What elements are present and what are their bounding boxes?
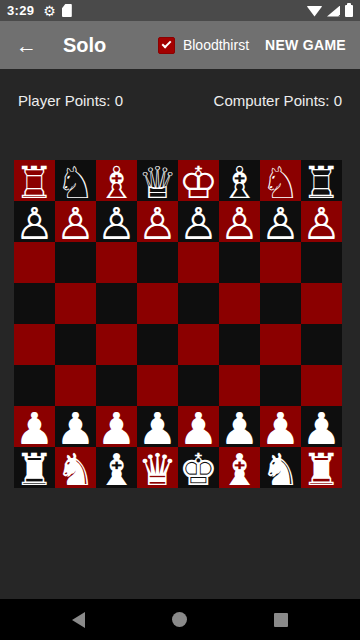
square-e8[interactable]: ♔ [178, 160, 219, 201]
square-a3[interactable] [14, 365, 55, 406]
square-c3[interactable] [96, 365, 137, 406]
square-c5[interactable] [96, 283, 137, 324]
square-d7[interactable]: ♙ [137, 201, 178, 242]
square-c7[interactable]: ♙ [96, 201, 137, 242]
square-b1[interactable]: ♞ [55, 447, 96, 488]
square-d3[interactable] [137, 365, 178, 406]
square-h5[interactable] [301, 283, 342, 324]
square-a2[interactable]: ♟ [14, 406, 55, 447]
square-b5[interactable] [55, 283, 96, 324]
square-f2[interactable]: ♟ [219, 406, 260, 447]
square-e7[interactable]: ♙ [178, 201, 219, 242]
square-h3[interactable] [301, 365, 342, 406]
square-f4[interactable] [219, 324, 260, 365]
piece-black-pawn-icon: ♙ [56, 202, 95, 246]
piece-white-rook-icon: ♜ [15, 448, 54, 492]
piece-black-pawn-icon: ♙ [261, 202, 300, 246]
square-b8[interactable]: ♘ [55, 160, 96, 201]
square-f1[interactable]: ♝ [219, 447, 260, 488]
square-c8[interactable]: ♗ [96, 160, 137, 201]
square-b7[interactable]: ♙ [55, 201, 96, 242]
back-button[interactable]: ← [16, 35, 40, 56]
nav-recents-icon[interactable] [274, 613, 288, 627]
square-f8[interactable]: ♗ [219, 160, 260, 201]
square-c4[interactable] [96, 324, 137, 365]
page-title: Solo [63, 34, 106, 57]
status-bar: 3:29 ⚙ [0, 0, 360, 21]
square-b4[interactable] [55, 324, 96, 365]
square-g4[interactable] [260, 324, 301, 365]
square-e5[interactable] [178, 283, 219, 324]
square-h4[interactable] [301, 324, 342, 365]
square-e4[interactable] [178, 324, 219, 365]
navigation-bar [0, 599, 360, 640]
status-right-icons [307, 5, 353, 17]
square-a1[interactable]: ♜ [14, 447, 55, 488]
square-a4[interactable] [14, 324, 55, 365]
square-e3[interactable] [178, 365, 219, 406]
piece-black-pawn-icon: ♙ [97, 202, 136, 246]
computer-points: Computer Points: 0 [214, 92, 342, 109]
square-f7[interactable]: ♙ [219, 201, 260, 242]
chess-board: ♖♘♗♕♔♗♘♖♙♙♙♙♙♙♙♙♟♟♟♟♟♟♟♟♜♞♝♛♚♝♞♜ [14, 160, 342, 488]
clock: 3:29 [7, 3, 34, 18]
nav-back-icon[interactable] [72, 612, 85, 628]
piece-white-bishop-icon: ♝ [97, 448, 136, 492]
square-h2[interactable]: ♟ [301, 406, 342, 447]
piece-white-queen-icon: ♛ [138, 448, 177, 492]
square-f5[interactable] [219, 283, 260, 324]
square-d8[interactable]: ♕ [137, 160, 178, 201]
piece-white-knight-icon: ♞ [56, 448, 95, 492]
square-e1[interactable]: ♚ [178, 447, 219, 488]
battery-icon [345, 5, 353, 17]
piece-white-knight-icon: ♞ [261, 448, 300, 492]
square-g8[interactable]: ♘ [260, 160, 301, 201]
piece-black-pawn-icon: ♙ [179, 202, 218, 246]
square-c1[interactable]: ♝ [96, 447, 137, 488]
square-a8[interactable]: ♖ [14, 160, 55, 201]
player-points: Player Points: 0 [18, 92, 123, 109]
square-c2[interactable]: ♟ [96, 406, 137, 447]
square-h8[interactable]: ♖ [301, 160, 342, 201]
square-d5[interactable] [137, 283, 178, 324]
square-d2[interactable]: ♟ [137, 406, 178, 447]
square-a7[interactable]: ♙ [14, 201, 55, 242]
piece-white-bishop-icon: ♝ [220, 448, 259, 492]
square-d1[interactable]: ♛ [137, 447, 178, 488]
bloodthirst-checkbox[interactable] [158, 37, 175, 54]
piece-black-pawn-icon: ♙ [138, 202, 177, 246]
square-d4[interactable] [137, 324, 178, 365]
wifi-icon [307, 6, 322, 17]
piece-black-pawn-icon: ♙ [220, 202, 259, 246]
piece-white-rook-icon: ♜ [302, 448, 341, 492]
square-g3[interactable] [260, 365, 301, 406]
square-h7[interactable]: ♙ [301, 201, 342, 242]
status-left-icons: ⚙ [43, 4, 72, 18]
sd-card-icon [62, 4, 72, 17]
scoreboard: Player Points: 0 Computer Points: 0 [0, 69, 360, 109]
new-game-button[interactable]: NEW GAME [259, 31, 352, 59]
piece-white-king-icon: ♚ [179, 448, 218, 492]
square-f3[interactable] [219, 365, 260, 406]
piece-black-pawn-icon: ♙ [15, 202, 54, 246]
square-a5[interactable] [14, 283, 55, 324]
bloodthirst-label[interactable]: Bloodthirst [183, 37, 249, 53]
square-b2[interactable]: ♟ [55, 406, 96, 447]
square-g1[interactable]: ♞ [260, 447, 301, 488]
checkmark-icon [161, 38, 171, 48]
square-g7[interactable]: ♙ [260, 201, 301, 242]
piece-black-pawn-icon: ♙ [302, 202, 341, 246]
app-bar: ← Solo Bloodthirst NEW GAME [0, 21, 360, 69]
cell-signal-icon [327, 6, 340, 17]
app-screen: 3:29 ⚙ ← Solo Bloodthirst NEW GAME Playe… [0, 0, 360, 640]
square-g2[interactable]: ♟ [260, 406, 301, 447]
square-h1[interactable]: ♜ [301, 447, 342, 488]
square-b3[interactable] [55, 365, 96, 406]
settings-gear-icon: ⚙ [43, 4, 56, 18]
square-g5[interactable] [260, 283, 301, 324]
square-e2[interactable]: ♟ [178, 406, 219, 447]
nav-home-icon[interactable] [172, 612, 187, 627]
